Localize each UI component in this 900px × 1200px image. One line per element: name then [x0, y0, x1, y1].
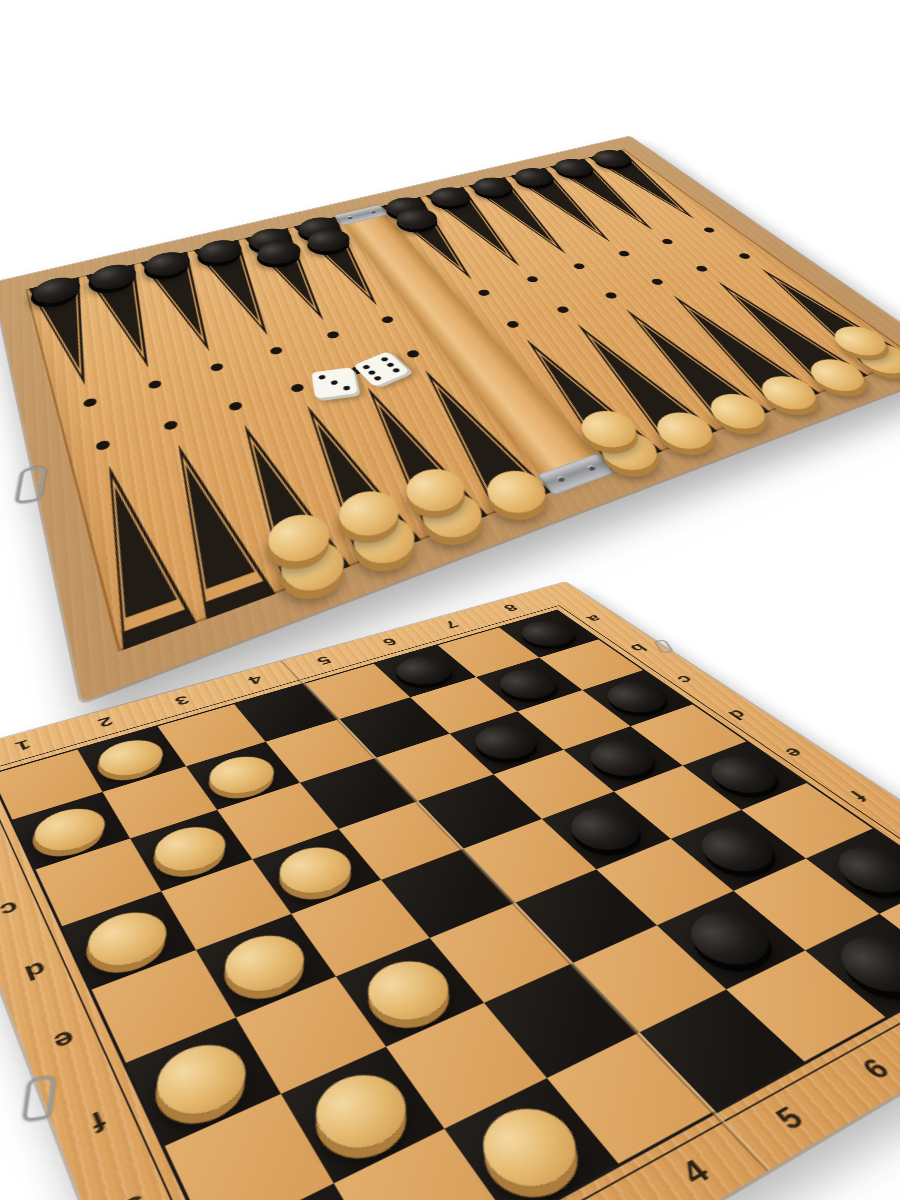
die-pip	[386, 362, 395, 368]
screw-icon	[369, 210, 376, 213]
point-dot	[209, 362, 224, 372]
die-pip	[373, 376, 382, 382]
die-blank	[329, 374, 336, 379]
die-pip	[343, 386, 350, 391]
point-dot	[477, 289, 492, 297]
die-pip	[392, 368, 401, 374]
point-dot	[660, 238, 674, 245]
product-photo-scene: 12345678 12345678 abcdefgh abcdefgh	[0, 0, 900, 1200]
die-blank	[371, 361, 380, 367]
die-blank	[340, 372, 347, 377]
die-blank	[332, 387, 339, 392]
die-blank	[342, 379, 349, 384]
point-dot	[83, 397, 98, 408]
point-dot	[604, 291, 619, 299]
screw-icon	[586, 465, 596, 472]
die-blank	[320, 382, 327, 387]
die-pip	[318, 375, 325, 380]
point-dot	[147, 379, 162, 389]
point-dot	[650, 278, 665, 286]
die-pip	[362, 364, 371, 370]
point-dot	[505, 320, 520, 329]
point-dot	[617, 250, 631, 257]
point-dot	[525, 275, 539, 283]
point-dot	[163, 420, 179, 432]
die-pip	[331, 380, 338, 385]
point-dot	[380, 315, 395, 324]
point-dot	[572, 262, 586, 270]
die-blank	[321, 389, 328, 394]
point-dot	[95, 439, 111, 451]
die-blank	[377, 366, 386, 372]
die-blank	[383, 372, 392, 378]
point-dot	[702, 227, 716, 234]
die-pip	[380, 357, 389, 363]
screw-icon	[346, 216, 353, 220]
point-dot	[737, 252, 752, 259]
point-dot	[694, 265, 709, 273]
point-dot	[269, 346, 284, 356]
screw-icon	[555, 476, 565, 483]
point-dot	[326, 330, 341, 339]
point-dot	[405, 349, 420, 359]
die-pip	[367, 370, 376, 376]
point-dot	[555, 305, 570, 314]
point-dot	[290, 383, 306, 393]
backgammon-playing-field	[25, 149, 900, 652]
point-dot	[228, 401, 244, 412]
